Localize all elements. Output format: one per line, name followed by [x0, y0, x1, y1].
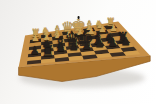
chess-board: [0, 0, 156, 104]
photo-scene: ♜♞♝♛♚♝♞♜♟♟♟♟♟♟♟♟♞♝♛♚♝♞♜♟♟♟♟♟♟♟♟♜: [0, 0, 156, 104]
